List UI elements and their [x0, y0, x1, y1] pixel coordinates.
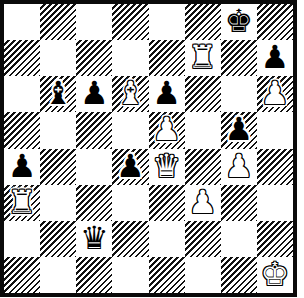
- square-b3[interactable]: [40, 185, 76, 221]
- square-f1[interactable]: [185, 257, 221, 293]
- square-h5[interactable]: [257, 112, 293, 148]
- square-g4[interactable]: ♟: [221, 149, 257, 185]
- square-c1[interactable]: [76, 257, 112, 293]
- square-h1[interactable]: ♚: [257, 257, 293, 293]
- square-d7[interactable]: [112, 40, 148, 76]
- square-h6[interactable]: ♟: [257, 76, 293, 112]
- square-g6[interactable]: [221, 76, 257, 112]
- black-pawn-a4: ♟: [8, 150, 37, 182]
- white-pawn-g4: ♟: [224, 150, 253, 182]
- square-e5[interactable]: ♟: [149, 112, 185, 148]
- square-f3[interactable]: ♟: [185, 185, 221, 221]
- square-c6[interactable]: ♟: [76, 76, 112, 112]
- square-c3[interactable]: [76, 185, 112, 221]
- white-rook-f7: ♜: [188, 41, 217, 73]
- black-king-g8: ♚: [224, 5, 253, 37]
- square-g3[interactable]: [221, 185, 257, 221]
- square-f4[interactable]: [185, 149, 221, 185]
- square-g8[interactable]: ♚: [221, 4, 257, 40]
- square-e8[interactable]: [149, 4, 185, 40]
- square-c7[interactable]: [76, 40, 112, 76]
- square-e3[interactable]: [149, 185, 185, 221]
- square-g1[interactable]: [221, 257, 257, 293]
- square-a6[interactable]: [4, 76, 40, 112]
- square-a8[interactable]: [4, 4, 40, 40]
- square-f5[interactable]: [185, 112, 221, 148]
- square-d6[interactable]: ♝: [112, 76, 148, 112]
- white-king-h1: ♚: [261, 258, 290, 290]
- black-bishop-b6: ♝: [44, 77, 73, 109]
- square-h8[interactable]: [257, 4, 293, 40]
- chess-diagram-page: ♚♜♟♝♟♝♟♟♟♟♟♟♛♟♜♟♛♚: [0, 0, 304, 298]
- square-g2[interactable]: [221, 221, 257, 257]
- white-bishop-d6: ♝: [116, 77, 145, 109]
- square-d4[interactable]: ♟: [112, 149, 148, 185]
- white-pawn-h6: ♟: [261, 77, 290, 109]
- square-a1[interactable]: [4, 257, 40, 293]
- square-b6[interactable]: ♝: [40, 76, 76, 112]
- black-queen-c2: ♛: [80, 222, 109, 254]
- black-pawn-h7: ♟: [261, 41, 290, 73]
- square-b4[interactable]: [40, 149, 76, 185]
- square-c4[interactable]: [76, 149, 112, 185]
- square-e7[interactable]: [149, 40, 185, 76]
- black-pawn-c6: ♟: [80, 77, 109, 109]
- square-a3[interactable]: ♜: [4, 185, 40, 221]
- black-pawn-e6: ♟: [152, 77, 181, 109]
- square-d8[interactable]: [112, 4, 148, 40]
- black-pawn-d4: ♟: [116, 150, 145, 182]
- square-a2[interactable]: [4, 221, 40, 257]
- square-c2[interactable]: ♛: [76, 221, 112, 257]
- square-e6[interactable]: ♟: [149, 76, 185, 112]
- square-b2[interactable]: [40, 221, 76, 257]
- square-a4[interactable]: ♟: [4, 149, 40, 185]
- square-g5[interactable]: ♟: [221, 112, 257, 148]
- square-d5[interactable]: [112, 112, 148, 148]
- square-b8[interactable]: [40, 4, 76, 40]
- square-f8[interactable]: [185, 4, 221, 40]
- square-a7[interactable]: [4, 40, 40, 76]
- square-c8[interactable]: [76, 4, 112, 40]
- square-h4[interactable]: [257, 149, 293, 185]
- square-a5[interactable]: [4, 112, 40, 148]
- square-d2[interactable]: [112, 221, 148, 257]
- square-b5[interactable]: [40, 112, 76, 148]
- square-h7[interactable]: ♟: [257, 40, 293, 76]
- square-c5[interactable]: [76, 112, 112, 148]
- square-f2[interactable]: [185, 221, 221, 257]
- chess-board: ♚♜♟♝♟♝♟♟♟♟♟♟♛♟♜♟♛♚: [4, 4, 293, 293]
- white-pawn-e5: ♟: [152, 113, 181, 145]
- square-d3[interactable]: [112, 185, 148, 221]
- square-f6[interactable]: [185, 76, 221, 112]
- square-e1[interactable]: [149, 257, 185, 293]
- white-pawn-f3: ♟: [188, 186, 217, 218]
- square-b1[interactable]: [40, 257, 76, 293]
- square-h2[interactable]: [257, 221, 293, 257]
- white-queen-e4: ♛: [152, 150, 181, 182]
- square-e4[interactable]: ♛: [149, 149, 185, 185]
- square-b7[interactable]: [40, 40, 76, 76]
- square-d1[interactable]: [112, 257, 148, 293]
- square-g7[interactable]: [221, 40, 257, 76]
- square-f7[interactable]: ♜: [185, 40, 221, 76]
- square-h3[interactable]: [257, 185, 293, 221]
- square-e2[interactable]: [149, 221, 185, 257]
- black-pawn-g5: ♟: [224, 113, 253, 145]
- board-frame: ♚♜♟♝♟♝♟♟♟♟♟♟♛♟♜♟♛♚: [0, 0, 297, 297]
- white-rook-a3: ♜: [8, 186, 37, 218]
